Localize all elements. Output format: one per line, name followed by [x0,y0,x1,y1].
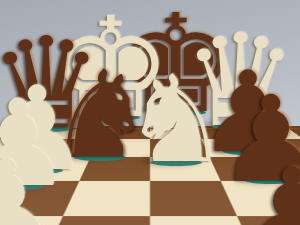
white-pawn-piece: ♟ [0,144,67,225]
brown-pawn-piece: ♟ [231,152,300,225]
chess-photo-scene: ♚♚♛♛♞♞♟♟♟♟♟♟ [0,0,300,225]
pieces-layer: ♚♚♛♛♞♞♟♟♟♟♟♟ [0,0,300,225]
